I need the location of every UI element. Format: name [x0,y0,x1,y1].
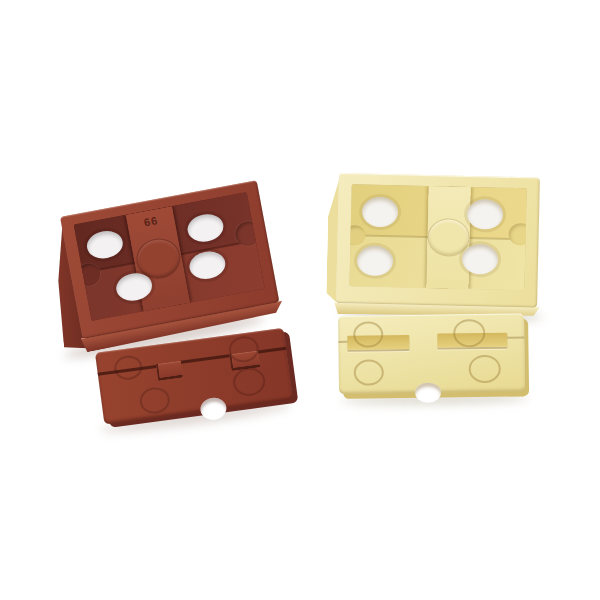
circular-indent [469,354,501,382]
cream-cap-face [338,313,525,394]
cream-block-center-rib [426,186,470,289]
locking-tab [156,361,183,381]
cream-block-rim [336,173,540,308]
step-ridge [256,346,287,353]
circular-indent [353,359,383,385]
cream-corner-block [336,173,540,308]
step-ridge [338,341,347,343]
step-ridge [508,337,525,339]
cream-block-interior [349,184,526,290]
step-ridge [179,355,230,365]
cream-block-center-boss [428,219,469,256]
mold-marking: 66 [143,214,159,228]
cream-cover-cap [338,313,525,394]
circular-indent [113,354,144,381]
product-photo: 66 [0,0,600,600]
red-corner-block: 66 [60,180,279,339]
circular-indent [138,385,171,415]
side-boss [508,223,526,246]
red-block-interior: 66 [74,192,265,321]
